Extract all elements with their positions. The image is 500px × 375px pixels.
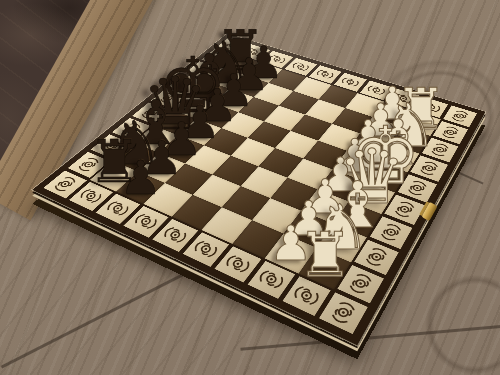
scroll-ornament-icon: [159, 224, 192, 246]
scroll-ornament-icon: [289, 61, 313, 73]
scroll-ornament-icon: [221, 252, 256, 276]
white-rook-a1[interactable]: ♜: [298, 224, 353, 285]
scroll-ornament-icon: [189, 238, 223, 261]
scroll-ornament-icon: [449, 108, 470, 124]
black-pawn-a7[interactable]: ♟: [120, 154, 162, 201]
scroll-ornament-icon: [130, 211, 163, 232]
scroll-ornament-icon: [313, 68, 338, 80]
scroll-ornament-icon: [328, 297, 360, 328]
scroll-ornament-icon: [338, 76, 363, 89]
chess-photo-scene: ♜♞♝♛♚♝♞♜♟♟♟♟♟♟♟♟♟♟♟♟♟♟♟♟♜♞♝♛♚♝♞♜: [0, 0, 500, 375]
